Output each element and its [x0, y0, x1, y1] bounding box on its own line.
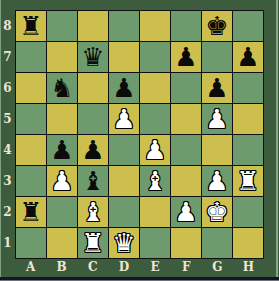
- black-rook-a8: ♜: [19, 11, 42, 41]
- square-e5[interactable]: [140, 104, 170, 134]
- square-g7[interactable]: [202, 42, 232, 72]
- white-king-g2: ♚: [205, 197, 228, 227]
- black-pawn-f7: ♟: [174, 42, 197, 72]
- square-f8[interactable]: [171, 11, 201, 41]
- square-c4[interactable]: ♟: [78, 135, 108, 165]
- file-label-a: A: [15, 259, 46, 274]
- black-pawn-b4: ♟: [50, 135, 73, 165]
- black-pawn-g6: ♟: [205, 73, 228, 103]
- file-label-c: C: [77, 259, 108, 274]
- white-queen-d1: ♛: [112, 228, 135, 258]
- square-d2[interactable]: [109, 197, 139, 227]
- square-b6[interactable]: ♞: [47, 73, 77, 103]
- square-f2[interactable]: ♟: [171, 197, 201, 227]
- square-g4[interactable]: [202, 135, 232, 165]
- square-g8[interactable]: ♚: [202, 11, 232, 41]
- square-d8[interactable]: [109, 11, 139, 41]
- square-h1[interactable]: [233, 228, 263, 258]
- square-a1[interactable]: [16, 228, 46, 258]
- square-g2[interactable]: ♚: [202, 197, 232, 227]
- square-e6[interactable]: [140, 73, 170, 103]
- square-d5[interactable]: ♟: [109, 104, 139, 134]
- square-c2[interactable]: ♝: [78, 197, 108, 227]
- rank-label-7: 7: [0, 41, 15, 72]
- rank-label-3: 3: [0, 166, 15, 197]
- square-g5[interactable]: ♟: [202, 104, 232, 134]
- white-bishop-e3: ♝: [143, 166, 166, 196]
- chess-board-frame: 87654321 ♜♚♛♟♟♞♟♟♟♟♟♟♟♟♝♝♟♜♜♝♟♚♜♛ ABCDEF…: [0, 0, 279, 281]
- black-pawn-c4: ♟: [81, 135, 104, 165]
- square-h3[interactable]: ♜: [233, 166, 263, 196]
- chess-board: ♜♚♛♟♟♞♟♟♟♟♟♟♟♟♝♝♟♜♜♝♟♚♜♛: [15, 10, 264, 259]
- square-a4[interactable]: [16, 135, 46, 165]
- white-pawn-g5: ♟: [205, 104, 228, 134]
- file-label-b: B: [46, 259, 77, 274]
- square-f6[interactable]: [171, 73, 201, 103]
- square-h5[interactable]: [233, 104, 263, 134]
- frame-bevel-right: [276, 0, 278, 281]
- square-f3[interactable]: [171, 166, 201, 196]
- white-pawn-f2: ♟: [174, 197, 197, 227]
- black-knight-b6: ♞: [50, 73, 73, 103]
- square-g6[interactable]: ♟: [202, 73, 232, 103]
- square-f1[interactable]: [171, 228, 201, 258]
- square-a7[interactable]: [16, 42, 46, 72]
- black-pawn-h7: ♟: [236, 42, 259, 72]
- square-e2[interactable]: [140, 197, 170, 227]
- white-pawn-e4: ♟: [143, 135, 166, 165]
- black-bishop-c3: ♝: [81, 166, 104, 196]
- square-a6[interactable]: [16, 73, 46, 103]
- black-king-g8: ♚: [205, 11, 228, 41]
- white-rook-h3: ♜: [236, 166, 259, 196]
- square-e3[interactable]: ♝: [140, 166, 170, 196]
- square-e7[interactable]: [140, 42, 170, 72]
- rank-label-6: 6: [0, 72, 15, 103]
- square-a5[interactable]: [16, 104, 46, 134]
- square-b2[interactable]: [47, 197, 77, 227]
- square-f7[interactable]: ♟: [171, 42, 201, 72]
- white-pawn-d5: ♟: [112, 104, 135, 134]
- rank-labels: 87654321: [0, 10, 15, 259]
- square-c6[interactable]: [78, 73, 108, 103]
- square-b1[interactable]: [47, 228, 77, 258]
- rank-label-8: 8: [0, 10, 15, 41]
- rank-label-1: 1: [0, 228, 15, 259]
- black-queen-c7: ♛: [81, 42, 104, 72]
- square-h8[interactable]: [233, 11, 263, 41]
- square-b7[interactable]: [47, 42, 77, 72]
- square-f5[interactable]: [171, 104, 201, 134]
- black-pawn-d6: ♟: [112, 73, 135, 103]
- square-b5[interactable]: [47, 104, 77, 134]
- square-f4[interactable]: [171, 135, 201, 165]
- white-rook-c1: ♜: [81, 228, 104, 258]
- square-c7[interactable]: ♛: [78, 42, 108, 72]
- square-e1[interactable]: [140, 228, 170, 258]
- file-label-d: D: [108, 259, 139, 274]
- square-d3[interactable]: [109, 166, 139, 196]
- square-g1[interactable]: [202, 228, 232, 258]
- square-a2[interactable]: ♜: [16, 197, 46, 227]
- square-a3[interactable]: [16, 166, 46, 196]
- square-c3[interactable]: ♝: [78, 166, 108, 196]
- black-rook-a2: ♜: [19, 197, 42, 227]
- white-bishop-c2: ♝: [81, 197, 104, 227]
- square-h7[interactable]: ♟: [233, 42, 263, 72]
- square-c5[interactable]: [78, 104, 108, 134]
- square-d4[interactable]: [109, 135, 139, 165]
- square-c1[interactable]: ♜: [78, 228, 108, 258]
- white-pawn-b3: ♟: [50, 166, 73, 196]
- rank-label-4: 4: [0, 135, 15, 166]
- square-e8[interactable]: [140, 11, 170, 41]
- white-pawn-g3: ♟: [205, 166, 228, 196]
- square-b4[interactable]: ♟: [47, 135, 77, 165]
- file-label-g: G: [202, 259, 233, 274]
- file-label-h: H: [233, 259, 264, 274]
- square-d7[interactable]: [109, 42, 139, 72]
- square-h2[interactable]: [233, 197, 263, 227]
- square-d1[interactable]: ♛: [109, 228, 139, 258]
- square-d6[interactable]: ♟: [109, 73, 139, 103]
- file-labels: ABCDEFGH: [15, 259, 264, 274]
- square-h6[interactable]: [233, 73, 263, 103]
- square-a8[interactable]: ♜: [16, 11, 46, 41]
- square-b8[interactable]: [47, 11, 77, 41]
- file-label-f: F: [171, 259, 202, 274]
- square-h4[interactable]: [233, 135, 263, 165]
- file-label-e: E: [140, 259, 171, 274]
- square-b3[interactable]: ♟: [47, 166, 77, 196]
- square-c8[interactable]: [78, 11, 108, 41]
- rank-label-2: 2: [0, 197, 15, 228]
- square-g3[interactable]: ♟: [202, 166, 232, 196]
- rank-label-5: 5: [0, 103, 15, 134]
- square-e4[interactable]: ♟: [140, 135, 170, 165]
